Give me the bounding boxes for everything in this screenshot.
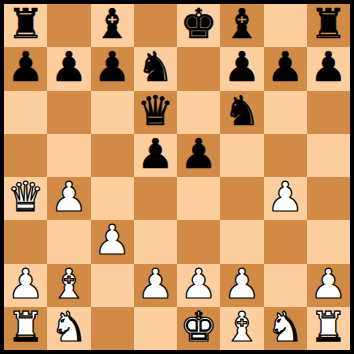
- white-knight-piece[interactable]: ♞: [267, 307, 304, 349]
- square-h5[interactable]: [307, 134, 350, 177]
- square-b1[interactable]: ♞: [47, 307, 90, 350]
- square-c8[interactable]: ♝: [91, 4, 134, 47]
- square-h7[interactable]: ♟: [307, 47, 350, 90]
- square-b8[interactable]: [47, 4, 90, 47]
- square-f4[interactable]: [220, 177, 263, 220]
- black-pawn-piece[interactable]: ♟: [267, 47, 304, 89]
- square-e4[interactable]: [177, 177, 220, 220]
- square-d6[interactable]: ♛: [134, 91, 177, 134]
- white-pawn-piece[interactable]: ♟: [137, 264, 174, 306]
- square-c2[interactable]: [91, 264, 134, 307]
- square-g6[interactable]: [264, 91, 307, 134]
- white-pawn-piece[interactable]: ♟: [223, 264, 260, 306]
- square-a8[interactable]: ♜: [4, 4, 47, 47]
- chess-board: ♜♝♚♝♜♟♟♟♞♟♟♟♛♞♟♟♛♟♟♟♟♝♟♟♟♟♜♞♚♝♞♜: [4, 4, 350, 350]
- square-b3[interactable]: [47, 220, 90, 263]
- square-a1[interactable]: ♜: [4, 307, 47, 350]
- square-g4[interactable]: ♟: [264, 177, 307, 220]
- square-h6[interactable]: [307, 91, 350, 134]
- black-knight-piece[interactable]: ♞: [137, 47, 174, 89]
- square-f2[interactable]: ♟: [220, 264, 263, 307]
- square-h8[interactable]: ♜: [307, 4, 350, 47]
- black-pawn-piece[interactable]: ♟: [223, 47, 260, 89]
- white-pawn-piece[interactable]: ♟: [50, 177, 87, 219]
- square-c5[interactable]: [91, 134, 134, 177]
- white-rook-piece[interactable]: ♜: [7, 307, 44, 349]
- black-knight-piece[interactable]: ♞: [223, 91, 260, 133]
- square-d4[interactable]: [134, 177, 177, 220]
- square-e2[interactable]: ♟: [177, 264, 220, 307]
- black-pawn-piece[interactable]: ♟: [137, 134, 174, 176]
- white-pawn-piece[interactable]: ♟: [180, 264, 217, 306]
- square-e8[interactable]: ♚: [177, 4, 220, 47]
- square-g1[interactable]: ♞: [264, 307, 307, 350]
- black-pawn-piece[interactable]: ♟: [50, 47, 87, 89]
- black-bishop-piece[interactable]: ♝: [94, 4, 131, 46]
- square-f7[interactable]: ♟: [220, 47, 263, 90]
- black-queen-piece[interactable]: ♛: [137, 91, 174, 133]
- square-c6[interactable]: [91, 91, 134, 134]
- square-a2[interactable]: ♟: [4, 264, 47, 307]
- black-rook-piece[interactable]: ♜: [7, 4, 44, 46]
- square-c4[interactable]: [91, 177, 134, 220]
- white-pawn-piece[interactable]: ♟: [94, 220, 131, 262]
- black-rook-piece[interactable]: ♜: [310, 4, 347, 46]
- square-g3[interactable]: [264, 220, 307, 263]
- square-f5[interactable]: [220, 134, 263, 177]
- square-b6[interactable]: [47, 91, 90, 134]
- board-frame: ♜♝♚♝♜♟♟♟♞♟♟♟♛♞♟♟♛♟♟♟♟♝♟♟♟♟♜♞♚♝♞♜: [0, 0, 354, 354]
- square-c1[interactable]: [91, 307, 134, 350]
- white-knight-piece[interactable]: ♞: [50, 307, 87, 349]
- white-pawn-piece[interactable]: ♟: [310, 264, 347, 306]
- white-pawn-piece[interactable]: ♟: [267, 177, 304, 219]
- square-h4[interactable]: [307, 177, 350, 220]
- square-e3[interactable]: [177, 220, 220, 263]
- white-rook-piece[interactable]: ♜: [310, 307, 347, 349]
- square-a7[interactable]: ♟: [4, 47, 47, 90]
- black-pawn-piece[interactable]: ♟: [7, 47, 44, 89]
- square-b5[interactable]: [47, 134, 90, 177]
- square-f8[interactable]: ♝: [220, 4, 263, 47]
- square-g2[interactable]: [264, 264, 307, 307]
- square-b7[interactable]: ♟: [47, 47, 90, 90]
- square-d1[interactable]: [134, 307, 177, 350]
- square-e1[interactable]: ♚: [177, 307, 220, 350]
- white-king-piece[interactable]: ♚: [180, 307, 217, 349]
- black-bishop-piece[interactable]: ♝: [223, 4, 260, 46]
- square-d5[interactable]: ♟: [134, 134, 177, 177]
- white-bishop-piece[interactable]: ♝: [223, 307, 260, 349]
- white-queen-piece[interactable]: ♛: [7, 177, 44, 219]
- black-pawn-piece[interactable]: ♟: [310, 47, 347, 89]
- black-pawn-piece[interactable]: ♟: [180, 134, 217, 176]
- white-bishop-piece[interactable]: ♝: [50, 264, 87, 306]
- square-b2[interactable]: ♝: [47, 264, 90, 307]
- square-a4[interactable]: ♛: [4, 177, 47, 220]
- square-h3[interactable]: [307, 220, 350, 263]
- square-g5[interactable]: [264, 134, 307, 177]
- square-d7[interactable]: ♞: [134, 47, 177, 90]
- square-e6[interactable]: [177, 91, 220, 134]
- square-f3[interactable]: [220, 220, 263, 263]
- white-pawn-piece[interactable]: ♟: [7, 264, 44, 306]
- square-d3[interactable]: [134, 220, 177, 263]
- square-h1[interactable]: ♜: [307, 307, 350, 350]
- square-e7[interactable]: [177, 47, 220, 90]
- black-pawn-piece[interactable]: ♟: [94, 47, 131, 89]
- square-d2[interactable]: ♟: [134, 264, 177, 307]
- square-d8[interactable]: [134, 4, 177, 47]
- square-f1[interactable]: ♝: [220, 307, 263, 350]
- square-g7[interactable]: ♟: [264, 47, 307, 90]
- square-h2[interactable]: ♟: [307, 264, 350, 307]
- square-b4[interactable]: ♟: [47, 177, 90, 220]
- square-c7[interactable]: ♟: [91, 47, 134, 90]
- square-g8[interactable]: [264, 4, 307, 47]
- square-e5[interactable]: ♟: [177, 134, 220, 177]
- black-king-piece[interactable]: ♚: [180, 4, 217, 46]
- square-a6[interactable]: [4, 91, 47, 134]
- square-f6[interactable]: ♞: [220, 91, 263, 134]
- square-a3[interactable]: [4, 220, 47, 263]
- square-a5[interactable]: [4, 134, 47, 177]
- square-c3[interactable]: ♟: [91, 220, 134, 263]
